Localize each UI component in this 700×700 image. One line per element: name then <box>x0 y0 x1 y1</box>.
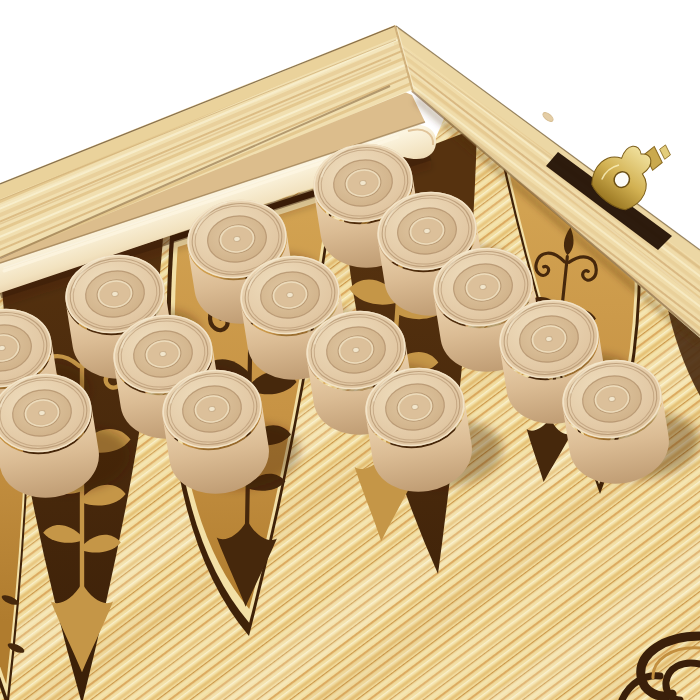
backgammon-board-photo <box>0 0 700 700</box>
product-photo-backgammon <box>0 0 700 700</box>
